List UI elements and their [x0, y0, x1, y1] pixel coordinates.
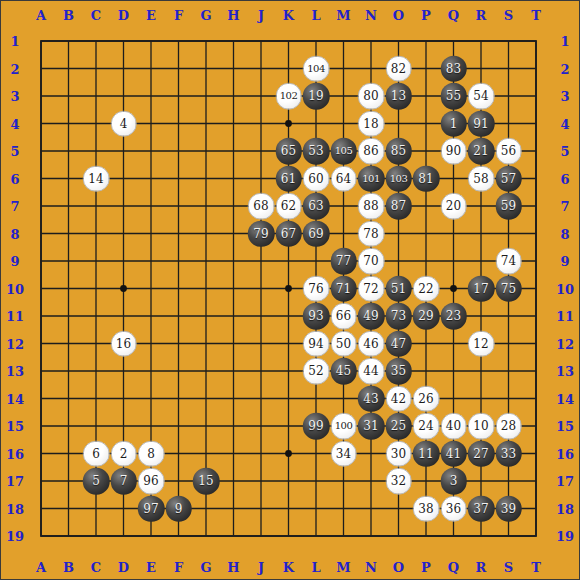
point-L15[interactable]: 99	[302, 412, 330, 440]
point-E13[interactable]	[137, 357, 165, 385]
point-Q15[interactable]: 40	[440, 412, 468, 440]
point-C7[interactable]	[82, 192, 110, 220]
point-T18[interactable]	[522, 495, 550, 523]
point-P12[interactable]	[412, 330, 440, 358]
point-N18[interactable]	[357, 495, 385, 523]
point-J9[interactable]	[247, 247, 275, 275]
point-J8[interactable]: 79	[247, 220, 275, 248]
point-S8[interactable]	[495, 220, 523, 248]
point-R4[interactable]: 91	[467, 110, 495, 138]
point-P13[interactable]	[412, 357, 440, 385]
point-S5[interactable]: 56	[495, 137, 523, 165]
point-P2[interactable]	[412, 55, 440, 83]
point-J4[interactable]	[247, 110, 275, 138]
point-S9[interactable]: 74	[495, 247, 523, 275]
point-F18[interactable]: 9	[165, 495, 193, 523]
point-K15[interactable]	[275, 412, 303, 440]
point-Q13[interactable]	[440, 357, 468, 385]
point-H6[interactable]	[220, 165, 248, 193]
point-P15[interactable]: 24	[412, 412, 440, 440]
point-C6[interactable]: 14	[82, 165, 110, 193]
point-A14[interactable]	[27, 385, 55, 413]
point-L17[interactable]	[302, 467, 330, 495]
point-F9[interactable]	[165, 247, 193, 275]
point-L18[interactable]	[302, 495, 330, 523]
point-S3[interactable]	[495, 82, 523, 110]
point-T13[interactable]	[522, 357, 550, 385]
point-J2[interactable]	[247, 55, 275, 83]
point-K10[interactable]	[275, 275, 303, 303]
point-D3[interactable]	[110, 82, 138, 110]
point-Q17[interactable]: 3	[440, 467, 468, 495]
point-G10[interactable]	[192, 275, 220, 303]
point-C10[interactable]	[82, 275, 110, 303]
point-P17[interactable]	[412, 467, 440, 495]
point-K9[interactable]	[275, 247, 303, 275]
point-N10[interactable]: 72	[357, 275, 385, 303]
point-M7[interactable]	[330, 192, 358, 220]
point-Q4[interactable]: 1	[440, 110, 468, 138]
point-Q12[interactable]	[440, 330, 468, 358]
point-L8[interactable]: 69	[302, 220, 330, 248]
point-H17[interactable]	[220, 467, 248, 495]
point-L19[interactable]	[302, 522, 330, 550]
point-M11[interactable]: 66	[330, 302, 358, 330]
point-F8[interactable]	[165, 220, 193, 248]
point-F2[interactable]	[165, 55, 193, 83]
point-P11[interactable]: 29	[412, 302, 440, 330]
point-E19[interactable]	[137, 522, 165, 550]
point-B7[interactable]	[55, 192, 83, 220]
point-P14[interactable]: 26	[412, 385, 440, 413]
point-O13[interactable]: 35	[385, 357, 413, 385]
point-G11[interactable]	[192, 302, 220, 330]
point-C12[interactable]	[82, 330, 110, 358]
point-P18[interactable]: 38	[412, 495, 440, 523]
point-B19[interactable]	[55, 522, 83, 550]
point-T14[interactable]	[522, 385, 550, 413]
point-S15[interactable]: 28	[495, 412, 523, 440]
point-Q16[interactable]: 41	[440, 440, 468, 468]
point-Q10[interactable]	[440, 275, 468, 303]
point-S10[interactable]: 75	[495, 275, 523, 303]
point-E9[interactable]	[137, 247, 165, 275]
point-A13[interactable]	[27, 357, 55, 385]
point-B11[interactable]	[55, 302, 83, 330]
point-H1[interactable]	[220, 27, 248, 55]
point-K6[interactable]: 61	[275, 165, 303, 193]
point-J18[interactable]	[247, 495, 275, 523]
point-J15[interactable]	[247, 412, 275, 440]
point-C5[interactable]	[82, 137, 110, 165]
point-C18[interactable]	[82, 495, 110, 523]
point-A10[interactable]	[27, 275, 55, 303]
point-E8[interactable]	[137, 220, 165, 248]
point-A7[interactable]	[27, 192, 55, 220]
point-S7[interactable]: 59	[495, 192, 523, 220]
point-N9[interactable]: 70	[357, 247, 385, 275]
point-D19[interactable]	[110, 522, 138, 550]
point-A3[interactable]	[27, 82, 55, 110]
point-N3[interactable]: 80	[357, 82, 385, 110]
point-E11[interactable]	[137, 302, 165, 330]
point-Q8[interactable]	[440, 220, 468, 248]
point-A19[interactable]	[27, 522, 55, 550]
point-D1[interactable]	[110, 27, 138, 55]
point-N14[interactable]: 43	[357, 385, 385, 413]
point-C11[interactable]	[82, 302, 110, 330]
point-K1[interactable]	[275, 27, 303, 55]
point-H19[interactable]	[220, 522, 248, 550]
point-Q19[interactable]	[440, 522, 468, 550]
point-G18[interactable]	[192, 495, 220, 523]
point-G19[interactable]	[192, 522, 220, 550]
point-Q2[interactable]: 83	[440, 55, 468, 83]
point-L6[interactable]: 60	[302, 165, 330, 193]
point-R19[interactable]	[467, 522, 495, 550]
point-B10[interactable]	[55, 275, 83, 303]
point-K8[interactable]: 67	[275, 220, 303, 248]
point-O9[interactable]	[385, 247, 413, 275]
point-A6[interactable]	[27, 165, 55, 193]
point-M4[interactable]	[330, 110, 358, 138]
point-L11[interactable]: 93	[302, 302, 330, 330]
point-G2[interactable]	[192, 55, 220, 83]
point-P3[interactable]	[412, 82, 440, 110]
point-E15[interactable]	[137, 412, 165, 440]
point-H14[interactable]	[220, 385, 248, 413]
point-S18[interactable]: 39	[495, 495, 523, 523]
point-M10[interactable]: 71	[330, 275, 358, 303]
point-N5[interactable]: 86	[357, 137, 385, 165]
point-H12[interactable]	[220, 330, 248, 358]
point-D15[interactable]	[110, 412, 138, 440]
point-L16[interactable]	[302, 440, 330, 468]
point-E16[interactable]: 8	[137, 440, 165, 468]
point-L3[interactable]: 19	[302, 82, 330, 110]
point-L5[interactable]: 53	[302, 137, 330, 165]
point-M6[interactable]: 64	[330, 165, 358, 193]
point-B3[interactable]	[55, 82, 83, 110]
point-F15[interactable]	[165, 412, 193, 440]
point-N13[interactable]: 44	[357, 357, 385, 385]
point-H13[interactable]	[220, 357, 248, 385]
point-O12[interactable]: 47	[385, 330, 413, 358]
point-F10[interactable]	[165, 275, 193, 303]
point-O1[interactable]	[385, 27, 413, 55]
point-D16[interactable]: 2	[110, 440, 138, 468]
point-G13[interactable]	[192, 357, 220, 385]
point-D18[interactable]	[110, 495, 138, 523]
point-R16[interactable]: 27	[467, 440, 495, 468]
point-N19[interactable]	[357, 522, 385, 550]
point-E5[interactable]	[137, 137, 165, 165]
point-E14[interactable]	[137, 385, 165, 413]
point-H8[interactable]	[220, 220, 248, 248]
point-T5[interactable]	[522, 137, 550, 165]
point-H3[interactable]	[220, 82, 248, 110]
point-B9[interactable]	[55, 247, 83, 275]
point-O10[interactable]: 51	[385, 275, 413, 303]
point-A5[interactable]	[27, 137, 55, 165]
point-S13[interactable]	[495, 357, 523, 385]
point-R15[interactable]: 10	[467, 412, 495, 440]
point-F13[interactable]	[165, 357, 193, 385]
point-S4[interactable]	[495, 110, 523, 138]
point-A18[interactable]	[27, 495, 55, 523]
point-Q7[interactable]: 20	[440, 192, 468, 220]
point-O16[interactable]: 30	[385, 440, 413, 468]
point-P6[interactable]: 81	[412, 165, 440, 193]
point-R13[interactable]	[467, 357, 495, 385]
point-G7[interactable]	[192, 192, 220, 220]
point-M19[interactable]	[330, 522, 358, 550]
point-N1[interactable]	[357, 27, 385, 55]
point-T19[interactable]	[522, 522, 550, 550]
point-Q1[interactable]	[440, 27, 468, 55]
point-K11[interactable]	[275, 302, 303, 330]
point-O19[interactable]	[385, 522, 413, 550]
point-R17[interactable]	[467, 467, 495, 495]
point-T10[interactable]	[522, 275, 550, 303]
point-A4[interactable]	[27, 110, 55, 138]
point-E12[interactable]	[137, 330, 165, 358]
point-M18[interactable]	[330, 495, 358, 523]
point-C14[interactable]	[82, 385, 110, 413]
point-J5[interactable]	[247, 137, 275, 165]
point-C17[interactable]: 5	[82, 467, 110, 495]
point-S1[interactable]	[495, 27, 523, 55]
point-T8[interactable]	[522, 220, 550, 248]
point-E1[interactable]	[137, 27, 165, 55]
point-E17[interactable]: 96	[137, 467, 165, 495]
point-M13[interactable]: 45	[330, 357, 358, 385]
point-N8[interactable]: 78	[357, 220, 385, 248]
point-J12[interactable]	[247, 330, 275, 358]
point-H4[interactable]	[220, 110, 248, 138]
point-L2[interactable]: 104	[302, 55, 330, 83]
point-R3[interactable]: 54	[467, 82, 495, 110]
point-A11[interactable]	[27, 302, 55, 330]
point-J10[interactable]	[247, 275, 275, 303]
point-D8[interactable]	[110, 220, 138, 248]
point-H5[interactable]	[220, 137, 248, 165]
point-H15[interactable]	[220, 412, 248, 440]
point-R7[interactable]	[467, 192, 495, 220]
point-M3[interactable]	[330, 82, 358, 110]
point-L12[interactable]: 94	[302, 330, 330, 358]
point-B4[interactable]	[55, 110, 83, 138]
point-F3[interactable]	[165, 82, 193, 110]
point-G1[interactable]	[192, 27, 220, 55]
point-E10[interactable]	[137, 275, 165, 303]
point-J17[interactable]	[247, 467, 275, 495]
point-G9[interactable]	[192, 247, 220, 275]
point-R2[interactable]	[467, 55, 495, 83]
point-M14[interactable]	[330, 385, 358, 413]
point-L13[interactable]: 52	[302, 357, 330, 385]
point-L4[interactable]	[302, 110, 330, 138]
point-L14[interactable]	[302, 385, 330, 413]
point-J3[interactable]	[247, 82, 275, 110]
point-F19[interactable]	[165, 522, 193, 550]
point-M17[interactable]	[330, 467, 358, 495]
point-G3[interactable]	[192, 82, 220, 110]
point-B18[interactable]	[55, 495, 83, 523]
point-A12[interactable]	[27, 330, 55, 358]
point-F6[interactable]	[165, 165, 193, 193]
point-M8[interactable]	[330, 220, 358, 248]
point-F16[interactable]	[165, 440, 193, 468]
point-T17[interactable]	[522, 467, 550, 495]
point-E3[interactable]	[137, 82, 165, 110]
point-A17[interactable]	[27, 467, 55, 495]
point-M12[interactable]: 50	[330, 330, 358, 358]
point-N7[interactable]: 88	[357, 192, 385, 220]
point-K12[interactable]	[275, 330, 303, 358]
point-H16[interactable]	[220, 440, 248, 468]
point-O2[interactable]: 82	[385, 55, 413, 83]
point-P19[interactable]	[412, 522, 440, 550]
point-T11[interactable]	[522, 302, 550, 330]
point-L9[interactable]	[302, 247, 330, 275]
point-B6[interactable]	[55, 165, 83, 193]
point-F14[interactable]	[165, 385, 193, 413]
point-A9[interactable]	[27, 247, 55, 275]
point-R14[interactable]	[467, 385, 495, 413]
point-B8[interactable]	[55, 220, 83, 248]
point-B16[interactable]	[55, 440, 83, 468]
point-D13[interactable]	[110, 357, 138, 385]
point-C19[interactable]	[82, 522, 110, 550]
point-R1[interactable]	[467, 27, 495, 55]
point-H9[interactable]	[220, 247, 248, 275]
point-G4[interactable]	[192, 110, 220, 138]
point-O14[interactable]: 42	[385, 385, 413, 413]
point-S19[interactable]	[495, 522, 523, 550]
point-T4[interactable]	[522, 110, 550, 138]
point-N11[interactable]: 49	[357, 302, 385, 330]
point-T16[interactable]	[522, 440, 550, 468]
point-H18[interactable]	[220, 495, 248, 523]
point-O6[interactable]: 103	[385, 165, 413, 193]
point-J11[interactable]	[247, 302, 275, 330]
point-K14[interactable]	[275, 385, 303, 413]
point-G16[interactable]	[192, 440, 220, 468]
point-L1[interactable]	[302, 27, 330, 55]
point-O11[interactable]: 73	[385, 302, 413, 330]
point-R5[interactable]: 21	[467, 137, 495, 165]
point-F11[interactable]	[165, 302, 193, 330]
point-O8[interactable]	[385, 220, 413, 248]
point-J13[interactable]	[247, 357, 275, 385]
point-H7[interactable]	[220, 192, 248, 220]
point-T3[interactable]	[522, 82, 550, 110]
point-B5[interactable]	[55, 137, 83, 165]
point-F1[interactable]	[165, 27, 193, 55]
point-G6[interactable]	[192, 165, 220, 193]
point-Q6[interactable]	[440, 165, 468, 193]
point-C16[interactable]: 6	[82, 440, 110, 468]
point-D17[interactable]: 7	[110, 467, 138, 495]
point-P4[interactable]	[412, 110, 440, 138]
point-F7[interactable]	[165, 192, 193, 220]
point-C13[interactable]	[82, 357, 110, 385]
point-N2[interactable]	[357, 55, 385, 83]
point-C8[interactable]	[82, 220, 110, 248]
point-A16[interactable]	[27, 440, 55, 468]
point-T2[interactable]	[522, 55, 550, 83]
point-E18[interactable]: 97	[137, 495, 165, 523]
point-O18[interactable]	[385, 495, 413, 523]
point-S11[interactable]	[495, 302, 523, 330]
point-T9[interactable]	[522, 247, 550, 275]
point-E6[interactable]	[137, 165, 165, 193]
point-K17[interactable]	[275, 467, 303, 495]
point-P7[interactable]	[412, 192, 440, 220]
point-F5[interactable]	[165, 137, 193, 165]
point-A1[interactable]	[27, 27, 55, 55]
point-O7[interactable]: 87	[385, 192, 413, 220]
point-D10[interactable]	[110, 275, 138, 303]
point-R12[interactable]: 12	[467, 330, 495, 358]
point-Q5[interactable]: 90	[440, 137, 468, 165]
point-S16[interactable]: 33	[495, 440, 523, 468]
point-L7[interactable]: 63	[302, 192, 330, 220]
point-F12[interactable]	[165, 330, 193, 358]
point-N6[interactable]: 101	[357, 165, 385, 193]
point-K4[interactable]	[275, 110, 303, 138]
point-B2[interactable]	[55, 55, 83, 83]
point-P16[interactable]: 11	[412, 440, 440, 468]
point-O5[interactable]: 85	[385, 137, 413, 165]
point-M1[interactable]	[330, 27, 358, 55]
point-B13[interactable]	[55, 357, 83, 385]
point-A15[interactable]	[27, 412, 55, 440]
point-D9[interactable]	[110, 247, 138, 275]
point-S14[interactable]	[495, 385, 523, 413]
point-G15[interactable]	[192, 412, 220, 440]
point-E2[interactable]	[137, 55, 165, 83]
point-R9[interactable]	[467, 247, 495, 275]
point-K5[interactable]: 65	[275, 137, 303, 165]
point-P1[interactable]	[412, 27, 440, 55]
point-R11[interactable]	[467, 302, 495, 330]
point-N15[interactable]: 31	[357, 412, 385, 440]
point-R8[interactable]	[467, 220, 495, 248]
point-B14[interactable]	[55, 385, 83, 413]
point-M16[interactable]: 34	[330, 440, 358, 468]
point-E4[interactable]	[137, 110, 165, 138]
point-B17[interactable]	[55, 467, 83, 495]
point-D4[interactable]: 4	[110, 110, 138, 138]
point-K18[interactable]	[275, 495, 303, 523]
point-R10[interactable]: 17	[467, 275, 495, 303]
point-N17[interactable]	[357, 467, 385, 495]
point-D12[interactable]: 16	[110, 330, 138, 358]
point-B1[interactable]	[55, 27, 83, 55]
point-D5[interactable]	[110, 137, 138, 165]
point-F4[interactable]	[165, 110, 193, 138]
point-L10[interactable]: 76	[302, 275, 330, 303]
point-J6[interactable]	[247, 165, 275, 193]
point-D6[interactable]	[110, 165, 138, 193]
point-P10[interactable]: 22	[412, 275, 440, 303]
point-P9[interactable]	[412, 247, 440, 275]
point-G12[interactable]	[192, 330, 220, 358]
point-S2[interactable]	[495, 55, 523, 83]
point-J19[interactable]	[247, 522, 275, 550]
